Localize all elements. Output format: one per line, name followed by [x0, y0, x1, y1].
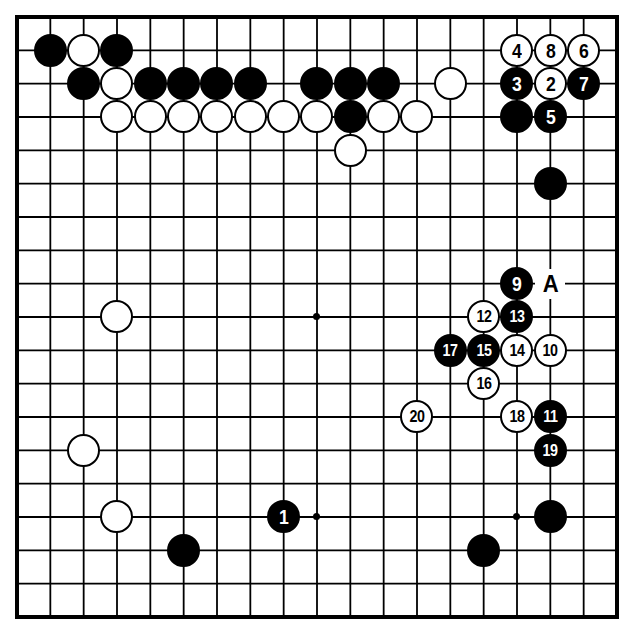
intersection-c15-r15	[467, 467, 500, 500]
intersection-c12-r17	[367, 534, 400, 567]
intersection-c8-r3	[234, 67, 267, 100]
intersection-c8-r17	[234, 534, 267, 567]
intersection-c6-r7	[167, 200, 200, 233]
intersection-c6-r10	[167, 300, 200, 333]
marker-A: A	[535, 269, 565, 299]
intersection-c17-r5	[534, 134, 567, 167]
intersection-c2-r19	[34, 600, 67, 633]
intersection-c1-r14	[0, 434, 33, 467]
intersection-c8-r10	[234, 300, 267, 333]
intersection-c16-r18	[500, 567, 533, 600]
intersection-c8-r7	[234, 200, 267, 233]
intersection-c19-r4	[600, 100, 633, 133]
intersection-c9-r14	[267, 434, 300, 467]
intersection-c1-r8	[0, 234, 33, 267]
intersection-c16-r13: 18	[500, 400, 533, 433]
intersection-c19-r14	[600, 434, 633, 467]
intersection-c3-r9	[67, 267, 100, 300]
white-stone	[100, 67, 133, 100]
intersection-c7-r14	[200, 434, 233, 467]
intersection-c4-r14	[100, 434, 133, 467]
intersection-c11-r18	[334, 567, 367, 600]
intersection-c11-r12	[334, 367, 367, 400]
intersection-c6-r15	[167, 467, 200, 500]
intersection-c19-r5	[600, 134, 633, 167]
black-stone	[134, 67, 167, 100]
intersection-c11-r16	[334, 500, 367, 533]
intersection-c10-r2	[300, 34, 333, 67]
intersection-c2-r10	[34, 300, 67, 333]
intersection-c19-r19	[600, 600, 633, 633]
intersection-c12-r1	[367, 0, 400, 33]
intersection-c18-r10	[567, 300, 600, 333]
intersection-c17-r13: 11	[534, 400, 567, 433]
black-stone	[500, 100, 533, 133]
intersection-c13-r3	[400, 67, 433, 100]
move-number-label: 18	[509, 408, 524, 425]
intersection-c13-r12	[400, 367, 433, 400]
white-stone-move-16: 16	[467, 367, 500, 400]
intersection-c6-r4	[167, 100, 200, 133]
intersection-c16-r9: 9	[500, 267, 533, 300]
intersection-c10-r18	[300, 567, 333, 600]
white-stone-move-18: 18	[500, 400, 533, 433]
black-stone-move-5: 5	[534, 100, 567, 133]
intersection-c17-r1	[534, 0, 567, 33]
intersection-c17-r15	[534, 467, 567, 500]
intersection-c4-r19	[100, 600, 133, 633]
intersection-c19-r7	[600, 200, 633, 233]
intersection-c1-r10	[0, 300, 33, 333]
intersection-c18-r16	[567, 500, 600, 533]
intersection-c14-r19	[434, 600, 467, 633]
intersection-c10-r17	[300, 534, 333, 567]
intersection-c16-r19	[500, 600, 533, 633]
black-stone	[100, 34, 133, 67]
intersection-c14-r17	[434, 534, 467, 567]
intersection-c3-r16	[67, 500, 100, 533]
black-stone	[534, 500, 567, 533]
intersection-c8-r12	[234, 367, 267, 400]
move-number-label: 8	[546, 40, 555, 61]
intersection-c5-r18	[134, 567, 167, 600]
intersection-c2-r1	[34, 0, 67, 33]
intersection-c10-r11	[300, 334, 333, 367]
intersection-c8-r9	[234, 267, 267, 300]
intersection-c15-r16	[467, 500, 500, 533]
intersection-c12-r14	[367, 434, 400, 467]
intersection-c13-r17	[400, 534, 433, 567]
intersection-c2-r15	[34, 467, 67, 500]
intersection-c9-r11	[267, 334, 300, 367]
intersection-c18-r6	[567, 167, 600, 200]
intersection-c10-r1	[300, 0, 333, 33]
move-number-label: 20	[409, 408, 424, 425]
intersection-c5-r8	[134, 234, 167, 267]
move-number-label: 15	[476, 342, 491, 359]
intersection-c18-r17	[567, 534, 600, 567]
white-stone-move-20: 20	[400, 400, 433, 433]
white-stone	[234, 100, 267, 133]
intersection-c17-r4: 5	[534, 100, 567, 133]
intersection-c4-r5	[100, 134, 133, 167]
intersection-c6-r14	[167, 434, 200, 467]
intersection-c16-r3: 3	[500, 67, 533, 100]
intersection-c7-r3	[200, 67, 233, 100]
intersection-c6-r12	[167, 367, 200, 400]
intersection-c18-r12	[567, 367, 600, 400]
intersection-c3-r13	[67, 400, 100, 433]
intersection-c8-r19	[234, 600, 267, 633]
intersection-c2-r13	[34, 400, 67, 433]
intersection-c13-r10	[400, 300, 433, 333]
white-stone	[167, 100, 200, 133]
move-number-label: 12	[476, 308, 491, 325]
intersection-c3-r11	[67, 334, 100, 367]
intersection-c12-r13	[367, 400, 400, 433]
black-stone	[167, 67, 200, 100]
intersection-c15-r18	[467, 567, 500, 600]
intersection-c10-r7	[300, 200, 333, 233]
intersection-c4-r17	[100, 534, 133, 567]
intersection-c8-r1	[234, 0, 267, 33]
intersection-c15-r11: 15	[467, 334, 500, 367]
black-stone-move-15: 15	[467, 334, 500, 367]
black-stone	[67, 67, 100, 100]
intersection-c2-r16	[34, 500, 67, 533]
move-number-label: 7	[579, 73, 588, 94]
intersection-c9-r2	[267, 34, 300, 67]
intersection-c11-r2	[334, 34, 367, 67]
intersection-c9-r19	[267, 600, 300, 633]
intersection-c7-r4	[200, 100, 233, 133]
intersection-c12-r18	[367, 567, 400, 600]
intersection-c13-r9	[400, 267, 433, 300]
intersection-c1-r16	[0, 500, 33, 533]
intersection-c12-r9	[367, 267, 400, 300]
intersection-c12-r11	[367, 334, 400, 367]
intersection-c4-r6	[100, 167, 133, 200]
intersection-c18-r3: 7	[567, 67, 600, 100]
white-stone	[134, 100, 167, 133]
intersection-c14-r5	[434, 134, 467, 167]
intersection-c3-r12	[67, 367, 100, 400]
intersection-c13-r5	[400, 134, 433, 167]
black-stone	[534, 167, 567, 200]
intersection-c3-r5	[67, 134, 100, 167]
intersection-c19-r13	[600, 400, 633, 433]
intersection-c17-r14: 19	[534, 434, 567, 467]
intersection-c5-r1	[134, 0, 167, 33]
intersection-c7-r10	[200, 300, 233, 333]
intersection-c10-r19	[300, 600, 333, 633]
go-board-diagram: 48632759A12131715141016201811191	[0, 0, 640, 640]
intersection-c4-r8	[100, 234, 133, 267]
intersection-c14-r7	[434, 200, 467, 233]
intersection-c12-r16	[367, 500, 400, 533]
intersection-c3-r18	[67, 567, 100, 600]
intersection-c2-r6	[34, 167, 67, 200]
move-number-label: 3	[512, 73, 521, 94]
intersection-c7-r11	[200, 334, 233, 367]
intersection-c5-r12	[134, 367, 167, 400]
intersection-c5-r16	[134, 500, 167, 533]
intersection-c7-r9	[200, 267, 233, 300]
intersection-c19-r6	[600, 167, 633, 200]
intersection-c1-r1	[0, 0, 33, 33]
intersection-c8-r4	[234, 100, 267, 133]
intersection-c18-r8	[567, 234, 600, 267]
intersection-c2-r8	[34, 234, 67, 267]
intersection-c4-r15	[100, 467, 133, 500]
move-number-label: 6	[579, 40, 588, 61]
intersection-c14-r16	[434, 500, 467, 533]
move-number-label: 11	[543, 408, 557, 425]
move-number-label: 9	[512, 273, 521, 294]
intersection-c16-r6	[500, 167, 533, 200]
intersection-c13-r4	[400, 100, 433, 133]
intersection-c7-r12	[200, 367, 233, 400]
white-stone	[400, 100, 433, 133]
move-number-label: 17	[443, 342, 458, 359]
intersection-c19-r3	[600, 67, 633, 100]
intersection-c11-r13	[334, 400, 367, 433]
intersection-c15-r6	[467, 167, 500, 200]
intersection-c1-r3	[0, 67, 33, 100]
intersection-c2-r3	[34, 67, 67, 100]
intersection-c11-r11	[334, 334, 367, 367]
intersection-c2-r18	[34, 567, 67, 600]
intersection-c2-r9	[34, 267, 67, 300]
intersection-c6-r9	[167, 267, 200, 300]
intersection-c19-r1	[600, 0, 633, 33]
intersection-c15-r4	[467, 100, 500, 133]
intersection-c9-r13	[267, 400, 300, 433]
intersection-c18-r5	[567, 134, 600, 167]
intersection-c15-r13	[467, 400, 500, 433]
intersection-c19-r16	[600, 500, 633, 533]
intersection-c4-r4	[100, 100, 133, 133]
intersection-c15-r12: 16	[467, 367, 500, 400]
intersection-c5-r4	[134, 100, 167, 133]
intersection-c5-r17	[134, 534, 167, 567]
white-stone	[67, 434, 100, 467]
black-stone	[34, 34, 67, 67]
intersection-c10-r6	[300, 167, 333, 200]
intersection-c1-r9	[0, 267, 33, 300]
intersection-c8-r2	[234, 34, 267, 67]
intersection-c13-r18	[400, 567, 433, 600]
intersection-c13-r16	[400, 500, 433, 533]
intersection-c5-r10	[134, 300, 167, 333]
intersection-c15-r17	[467, 534, 500, 567]
intersection-c4-r9	[100, 267, 133, 300]
intersection-c19-r10	[600, 300, 633, 333]
intersection-c19-r11	[600, 334, 633, 367]
white-stone	[434, 67, 467, 100]
intersection-c17-r18	[534, 567, 567, 600]
intersection-c13-r11	[400, 334, 433, 367]
move-number-label: 13	[509, 308, 524, 325]
intersection-c15-r10: 12	[467, 300, 500, 333]
intersection-c3-r15	[67, 467, 100, 500]
intersection-c6-r6	[167, 167, 200, 200]
star-point	[313, 313, 320, 320]
intersection-c6-r19	[167, 600, 200, 633]
intersection-c6-r3	[167, 67, 200, 100]
white-stone-move-10: 10	[534, 334, 567, 367]
intersection-c14-r11: 17	[434, 334, 467, 367]
black-stone-move-7: 7	[567, 67, 600, 100]
intersection-c19-r8	[600, 234, 633, 267]
move-number-label: 5	[546, 106, 555, 127]
intersection-c1-r17	[0, 534, 33, 567]
intersection-c10-r15	[300, 467, 333, 500]
intersection-c1-r15	[0, 467, 33, 500]
intersection-c11-r17	[334, 534, 367, 567]
intersection-c4-r7	[100, 200, 133, 233]
intersection-c3-r6	[67, 167, 100, 200]
intersection-c18-r9	[567, 267, 600, 300]
intersection-c14-r14	[434, 434, 467, 467]
intersection-c19-r2	[600, 34, 633, 67]
intersection-c19-r17	[600, 534, 633, 567]
intersection-c17-r16	[534, 500, 567, 533]
intersection-c10-r10	[300, 300, 333, 333]
intersection-c18-r2: 6	[567, 34, 600, 67]
intersection-c12-r8	[367, 234, 400, 267]
intersection-c12-r2	[367, 34, 400, 67]
intersection-c8-r5	[234, 134, 267, 167]
intersection-c7-r13	[200, 400, 233, 433]
intersection-c18-r4	[567, 100, 600, 133]
intersection-c17-r10	[534, 300, 567, 333]
intersection-c18-r7	[567, 200, 600, 233]
intersection-c8-r15	[234, 467, 267, 500]
intersection-c12-r10	[367, 300, 400, 333]
intersection-c12-r15	[367, 467, 400, 500]
intersection-c2-r2	[34, 34, 67, 67]
intersection-c14-r15	[434, 467, 467, 500]
intersection-c3-r1	[67, 0, 100, 33]
intersection-c7-r17	[200, 534, 233, 567]
intersection-c19-r9	[600, 267, 633, 300]
intersection-c8-r8	[234, 234, 267, 267]
intersection-c9-r4	[267, 100, 300, 133]
intersection-c2-r12	[34, 367, 67, 400]
intersection-c5-r19	[134, 600, 167, 633]
intersection-c6-r5	[167, 134, 200, 167]
move-number-label: 19	[543, 442, 558, 459]
intersection-c6-r16	[167, 500, 200, 533]
black-stone-move-3: 3	[500, 67, 533, 100]
intersection-c11-r5	[334, 134, 367, 167]
intersection-c17-r17	[534, 534, 567, 567]
intersection-c5-r13	[134, 400, 167, 433]
black-stone	[334, 67, 367, 100]
intersection-c12-r3	[367, 67, 400, 100]
intersection-c18-r13	[567, 400, 600, 433]
intersection-c4-r16	[100, 500, 133, 533]
intersection-c11-r8	[334, 234, 367, 267]
intersection-c14-r18	[434, 567, 467, 600]
intersection-c7-r5	[200, 134, 233, 167]
intersection-c19-r12	[600, 367, 633, 400]
intersection-c14-r13	[434, 400, 467, 433]
intersection-c16-r1	[500, 0, 533, 33]
intersection-c10-r14	[300, 434, 333, 467]
intersection-c4-r11	[100, 334, 133, 367]
intersection-c17-r11: 10	[534, 334, 567, 367]
intersection-c4-r10	[100, 300, 133, 333]
intersection-c8-r18	[234, 567, 267, 600]
intersection-c9-r17	[267, 534, 300, 567]
intersection-c2-r7	[34, 200, 67, 233]
intersection-c7-r6	[200, 167, 233, 200]
intersection-c11-r19	[334, 600, 367, 633]
intersection-c8-r14	[234, 434, 267, 467]
intersection-c17-r12	[534, 367, 567, 400]
white-stone-move-8: 8	[534, 34, 567, 67]
intersection-c10-r8	[300, 234, 333, 267]
intersection-c16-r16	[500, 500, 533, 533]
intersection-c15-r19	[467, 600, 500, 633]
black-stone-move-1: 1	[267, 500, 300, 533]
intersection-c16-r15	[500, 467, 533, 500]
intersection-c3-r14	[67, 434, 100, 467]
intersection-c17-r6	[534, 167, 567, 200]
white-stone	[334, 134, 367, 167]
intersection-c18-r14	[567, 434, 600, 467]
intersection-c6-r8	[167, 234, 200, 267]
intersection-c9-r10	[267, 300, 300, 333]
intersection-c15-r2	[467, 34, 500, 67]
white-stone-move-14: 14	[500, 334, 533, 367]
intersection-c15-r7	[467, 200, 500, 233]
intersection-c1-r11	[0, 334, 33, 367]
intersection-c10-r5	[300, 134, 333, 167]
intersection-c15-r1	[467, 0, 500, 33]
intersection-c5-r15	[134, 467, 167, 500]
intersection-c6-r1	[167, 0, 200, 33]
intersection-c3-r7	[67, 200, 100, 233]
intersection-c2-r17	[34, 534, 67, 567]
intersection-c19-r18	[600, 567, 633, 600]
intersection-c13-r15	[400, 467, 433, 500]
intersection-c9-r1	[267, 0, 300, 33]
white-stone	[100, 300, 133, 333]
intersection-c17-r9: A	[534, 267, 567, 300]
intersection-c1-r4	[0, 100, 33, 133]
intersection-c1-r12	[0, 367, 33, 400]
move-number-label: 4	[512, 40, 521, 61]
intersection-c10-r12	[300, 367, 333, 400]
intersection-c7-r16	[200, 500, 233, 533]
intersection-c4-r3	[100, 67, 133, 100]
intersection-c16-r12	[500, 367, 533, 400]
intersection-c4-r13	[100, 400, 133, 433]
white-stone	[300, 100, 333, 133]
white-stone-move-4: 4	[500, 34, 533, 67]
intersection-c7-r15	[200, 467, 233, 500]
star-point	[513, 513, 520, 520]
intersection-c12-r19	[367, 600, 400, 633]
intersection-c2-r11	[34, 334, 67, 367]
intersection-c17-r2: 8	[534, 34, 567, 67]
white-stone	[67, 34, 100, 67]
intersection-c9-r5	[267, 134, 300, 167]
intersection-c14-r3	[434, 67, 467, 100]
